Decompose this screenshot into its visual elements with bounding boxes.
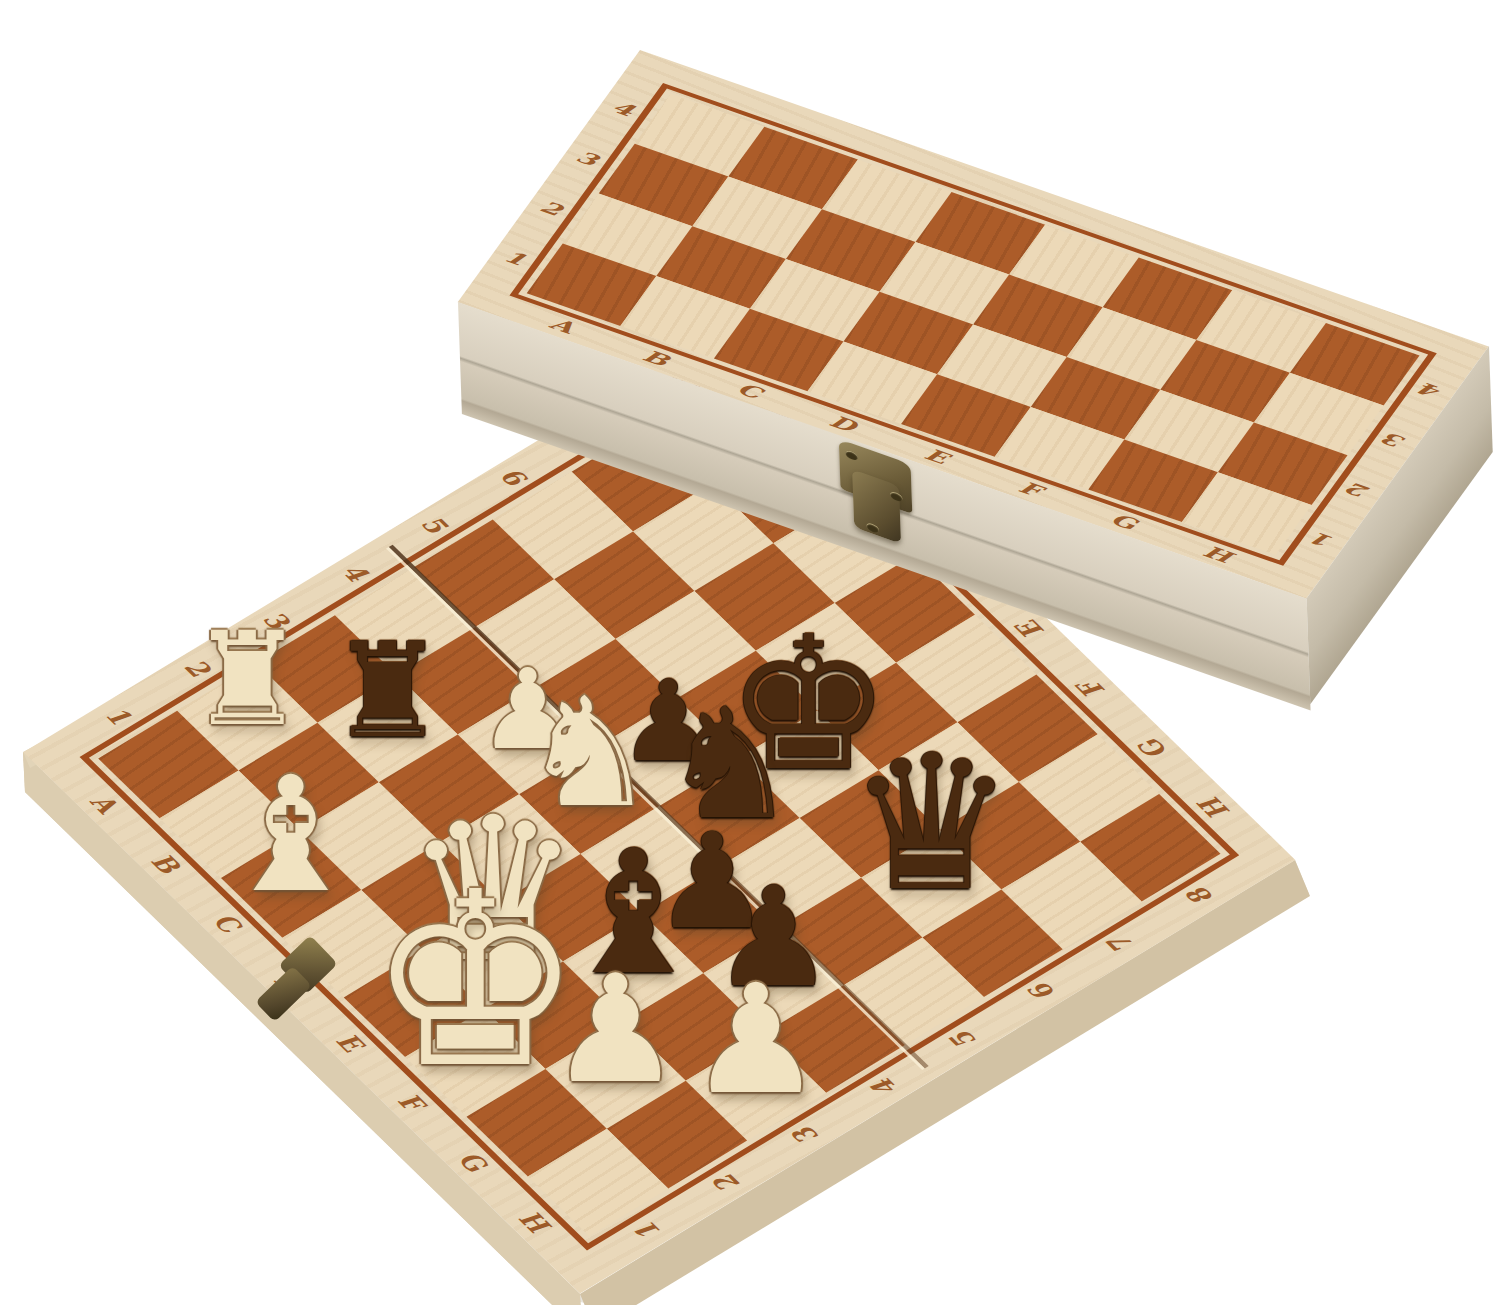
white-pawn-g2[interactable]: ♟ — [549, 955, 683, 1104]
box-rank-label-left-1: 1 — [500, 246, 530, 269]
white-pawn-h3[interactable]: ♟ — [688, 965, 823, 1116]
box-rank-label-right-1: 1 — [1308, 529, 1338, 552]
box-rank-label-left-2: 2 — [536, 197, 566, 220]
white-rook-a2[interactable]: ♜ — [189, 615, 305, 744]
box-rank-label-right-3: 3 — [1380, 429, 1410, 452]
white-bishop-c1[interactable]: ♝ — [220, 755, 363, 914]
box-rank-label-right-2: 2 — [1344, 479, 1374, 502]
box-rank-label-left-3: 3 — [572, 147, 602, 170]
dark-queen-g6[interactable]: ♛ — [847, 729, 1015, 916]
dark-rook-b3[interactable]: ♜ — [329, 625, 446, 756]
box-rank-label-right-4: 4 — [1416, 379, 1446, 402]
box-rank-label-left-4: 4 — [608, 97, 638, 120]
product-photo-stage: 8877665544332211AABBCCDDEEFFGGHH 4321432… — [0, 0, 1500, 1305]
